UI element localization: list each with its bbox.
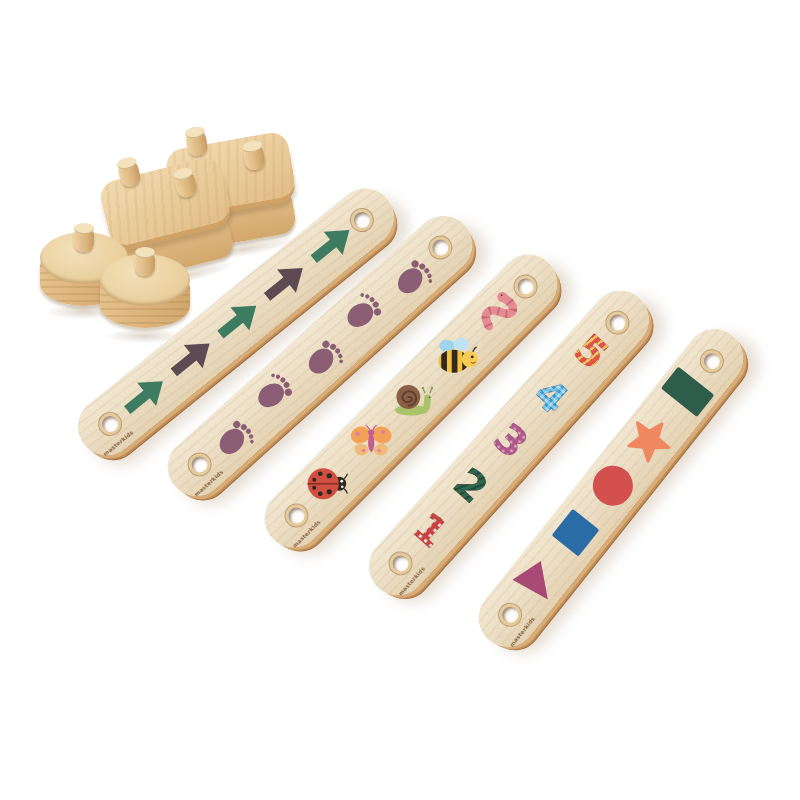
symbol-arrow	[251, 249, 319, 317]
symbol-shape-square	[542, 499, 609, 566]
symbol-bug-ladybug	[304, 460, 352, 508]
symbol-number-4: 4	[517, 362, 585, 430]
symbol-foot-left	[240, 357, 308, 425]
symbol-foot-right	[203, 404, 271, 472]
symbol-number-3: 3	[477, 407, 545, 475]
beam-hole	[606, 311, 629, 334]
symbol-bug-butterfly	[347, 417, 395, 465]
symbol-shape-star	[616, 405, 683, 472]
beam-hole	[389, 552, 412, 575]
peg	[135, 252, 155, 276]
symbol-foot-left	[330, 276, 398, 344]
symbol-number-1: 1	[397, 496, 465, 564]
product-photo: masterkidsmasterkidsmasterkidsmasterkids…	[0, 0, 800, 800]
symbol-foot-right	[292, 324, 360, 392]
symbol-bug-snail	[389, 375, 437, 423]
beam-hole	[429, 236, 452, 259]
symbol-shape-triangle	[504, 546, 571, 613]
beam-hole	[514, 275, 537, 298]
symbol-arrow	[111, 362, 179, 430]
symbol-arrow	[205, 286, 273, 354]
symbol-bug-bee	[432, 332, 480, 380]
symbol-shape-circle	[579, 452, 646, 519]
brand-label: masterkids	[102, 430, 134, 457]
beam-hole	[499, 604, 521, 626]
beam-hole	[99, 413, 122, 436]
beam-hole	[701, 350, 723, 372]
beam-hole	[188, 453, 211, 476]
beam-hole	[351, 209, 374, 232]
connector-disc-right	[100, 254, 190, 332]
symbol-number-2: 2	[437, 451, 505, 519]
peg	[74, 228, 94, 252]
brand-label: masterkids	[193, 469, 224, 498]
